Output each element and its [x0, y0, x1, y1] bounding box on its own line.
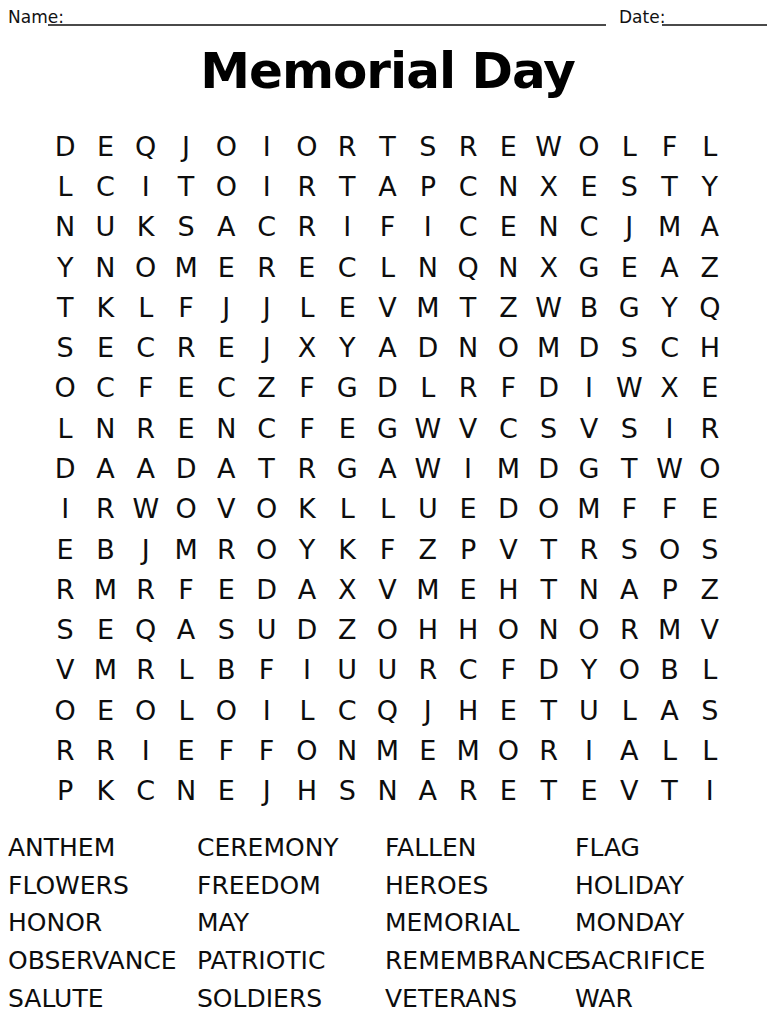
grid-cell-r5c16[interactable]: Y — [649, 287, 689, 327]
grid-cell-r8c9[interactable]: G — [367, 408, 407, 448]
grid-cell-r3c5[interactable]: A — [206, 207, 246, 247]
grid-cell-r5c6[interactable]: J — [246, 287, 286, 327]
grid-cell-r1c17[interactable]: L — [690, 126, 730, 166]
grid-cell-r12c6[interactable]: D — [246, 569, 286, 609]
grid-cell-r5c10[interactable]: M — [408, 287, 448, 327]
grid-cell-r13c12[interactable]: O — [488, 610, 528, 650]
grid-cell-r9c15[interactable]: T — [609, 448, 649, 488]
word-list-item: VETERANS — [385, 979, 575, 1017]
grid-cell-r15c6[interactable]: I — [246, 690, 286, 730]
grid-cell-r12c16[interactable]: P — [649, 569, 689, 609]
grid-cell-r8c7[interactable]: F — [287, 408, 327, 448]
grid-cell-r12c2[interactable]: M — [85, 569, 125, 609]
grid-cell-r7c15[interactable]: W — [609, 368, 649, 408]
grid-cell-r1c7[interactable]: O — [287, 126, 327, 166]
grid-cell-r12c3[interactable]: R — [126, 569, 166, 609]
grid-cell-r17c3[interactable]: C — [126, 771, 166, 811]
grid-cell-r4c3[interactable]: O — [126, 247, 166, 287]
grid-cell-r16c10[interactable]: E — [408, 730, 448, 770]
grid-cell-r17c15[interactable]: V — [609, 771, 649, 811]
grid-cell-r1c6[interactable]: I — [246, 126, 286, 166]
grid-cell-r3c12[interactable]: E — [488, 207, 528, 247]
grid-cell-r17c17[interactable]: I — [690, 771, 730, 811]
grid-cell-r13c17[interactable]: V — [690, 610, 730, 650]
grid-cell-r8c16[interactable]: I — [649, 408, 689, 448]
grid-cell-r2c2[interactable]: C — [85, 166, 125, 206]
grid-cell-r5c7[interactable]: L — [287, 287, 327, 327]
grid-cell-r11c13[interactable]: T — [529, 529, 569, 569]
grid-cell-r17c6[interactable]: J — [246, 771, 286, 811]
grid-cell-r3c10[interactable]: I — [408, 207, 448, 247]
grid-cell-r5c2[interactable]: K — [85, 287, 125, 327]
grid-cell-r7c12[interactable]: F — [488, 368, 528, 408]
grid-cell-r7c9[interactable]: D — [367, 368, 407, 408]
grid-cell-r14c9[interactable]: U — [367, 650, 407, 690]
grid-cell-r12c1[interactable]: R — [45, 569, 85, 609]
grid-cell-r8c11[interactable]: V — [448, 408, 488, 448]
grid-cell-r6c15[interactable]: S — [609, 327, 649, 367]
grid-cell-r4c2[interactable]: N — [85, 247, 125, 287]
grid-cell-r13c7[interactable]: D — [287, 610, 327, 650]
grid-cell-r16c5[interactable]: F — [206, 730, 246, 770]
grid-cell-r16c3[interactable]: I — [126, 730, 166, 770]
grid-cell-r1c1[interactable]: D — [45, 126, 85, 166]
grid-cell-r15c4[interactable]: L — [166, 690, 206, 730]
grid-cell-r11c5[interactable]: R — [206, 529, 246, 569]
date-label: Date: — [619, 7, 665, 27]
grid-cell-r3c6[interactable]: C — [246, 207, 286, 247]
grid-cell-r6c12[interactable]: O — [488, 327, 528, 367]
grid-cell-r4c5[interactable]: E — [206, 247, 246, 287]
grid-cell-r9c10[interactable]: W — [408, 448, 448, 488]
grid-cell-r12c13[interactable]: T — [529, 569, 569, 609]
grid-cell-r12c7[interactable]: A — [287, 569, 327, 609]
grid-cell-r2c4[interactable]: T — [166, 166, 206, 206]
grid-cell-r6c7[interactable]: X — [287, 327, 327, 367]
grid-cell-r3c14[interactable]: C — [569, 207, 609, 247]
grid-cell-r3c13[interactable]: N — [529, 207, 569, 247]
grid-cell-r5c4[interactable]: F — [166, 287, 206, 327]
grid-cell-r10c1[interactable]: I — [45, 489, 85, 529]
grid-cell-r9c3[interactable]: A — [126, 448, 166, 488]
grid-cell-r16c16[interactable]: L — [649, 730, 689, 770]
grid-cell-r11c7[interactable]: Y — [287, 529, 327, 569]
grid-cell-r1c14[interactable]: O — [569, 126, 609, 166]
grid-cell-r12c15[interactable]: A — [609, 569, 649, 609]
grid-cell-r11c14[interactable]: R — [569, 529, 609, 569]
grid-cell-r8c8[interactable]: E — [327, 408, 367, 448]
grid-cell-r6c10[interactable]: D — [408, 327, 448, 367]
grid-cell-r9c11[interactable]: I — [448, 448, 488, 488]
grid-cell-r5c5[interactable]: J — [206, 287, 246, 327]
grid-cell-r8c3[interactable]: R — [126, 408, 166, 448]
grid-cell-r6c1[interactable]: S — [45, 327, 85, 367]
grid-cell-r8c17[interactable]: R — [690, 408, 730, 448]
grid-cell-r9c12[interactable]: M — [488, 448, 528, 488]
grid-cell-r7c10[interactable]: L — [408, 368, 448, 408]
grid-cell-r16c4[interactable]: E — [166, 730, 206, 770]
date-blank-line — [662, 6, 767, 26]
grid-cell-r7c3[interactable]: F — [126, 368, 166, 408]
grid-cell-r9c13[interactable]: D — [529, 448, 569, 488]
grid-cell-r11c17[interactable]: S — [690, 529, 730, 569]
grid-cell-r3c4[interactable]: S — [166, 207, 206, 247]
grid-cell-r14c8[interactable]: U — [327, 650, 367, 690]
grid-cell-r7c17[interactable]: E — [690, 368, 730, 408]
grid-cell-r13c9[interactable]: O — [367, 610, 407, 650]
grid-cell-r4c12[interactable]: N — [488, 247, 528, 287]
grid-cell-r9c4[interactable]: D — [166, 448, 206, 488]
grid-cell-r15c11[interactable]: H — [448, 690, 488, 730]
grid-cell-r16c15[interactable]: A — [609, 730, 649, 770]
grid-cell-r13c5[interactable]: S — [206, 610, 246, 650]
grid-cell-r1c11[interactable]: R — [448, 126, 488, 166]
grid-cell-r8c5[interactable]: N — [206, 408, 246, 448]
grid-cell-r9c16[interactable]: W — [649, 448, 689, 488]
grid-cell-r17c4[interactable]: N — [166, 771, 206, 811]
grid-cell-r11c10[interactable]: Z — [408, 529, 448, 569]
grid-cell-r16c11[interactable]: M — [448, 730, 488, 770]
grid-cell-r8c10[interactable]: W — [408, 408, 448, 448]
grid-cell-r14c3[interactable]: R — [126, 650, 166, 690]
grid-cell-r7c7[interactable]: F — [287, 368, 327, 408]
grid-cell-r5c9[interactable]: V — [367, 287, 407, 327]
grid-cell-r6c17[interactable]: H — [690, 327, 730, 367]
grid-cell-r7c13[interactable]: D — [529, 368, 569, 408]
grid-cell-r13c14[interactable]: O — [569, 610, 609, 650]
grid-cell-r17c7[interactable]: H — [287, 771, 327, 811]
grid-cell-r3c1[interactable]: N — [45, 207, 85, 247]
grid-cell-r6c9[interactable]: A — [367, 327, 407, 367]
grid-cell-r1c15[interactable]: L — [609, 126, 649, 166]
grid-cell-r1c12[interactable]: E — [488, 126, 528, 166]
grid-cell-r9c8[interactable]: G — [327, 448, 367, 488]
grid-cell-r14c10[interactable]: R — [408, 650, 448, 690]
grid-cell-r12c17[interactable]: Z — [690, 569, 730, 609]
grid-cell-r1c13[interactable]: W — [529, 126, 569, 166]
grid-cell-r14c7[interactable]: I — [287, 650, 327, 690]
grid-cell-r1c16[interactable]: F — [649, 126, 689, 166]
grid-cell-r13c4[interactable]: A — [166, 610, 206, 650]
grid-cell-r11c6[interactable]: O — [246, 529, 286, 569]
grid-cell-r12c10[interactable]: M — [408, 569, 448, 609]
grid-cell-r9c2[interactable]: A — [85, 448, 125, 488]
grid-cell-r11c12[interactable]: V — [488, 529, 528, 569]
grid-cell-r14c5[interactable]: B — [206, 650, 246, 690]
grid-cell-r2c7[interactable]: R — [287, 166, 327, 206]
grid-cell-r1c2[interactable]: E — [85, 126, 125, 166]
grid-cell-r6c8[interactable]: Y — [327, 327, 367, 367]
grid-cell-r15c9[interactable]: Q — [367, 690, 407, 730]
grid-cell-r14c6[interactable]: F — [246, 650, 286, 690]
grid-cell-r7c5[interactable]: C — [206, 368, 246, 408]
grid-cell-r8c1[interactable]: L — [45, 408, 85, 448]
grid-cell-r6c11[interactable]: N — [448, 327, 488, 367]
grid-cell-r13c16[interactable]: M — [649, 610, 689, 650]
grid-cell-r14c16[interactable]: B — [649, 650, 689, 690]
grid-cell-r17c5[interactable]: E — [206, 771, 246, 811]
grid-cell-r15c2[interactable]: E — [85, 690, 125, 730]
grid-cell-r2c16[interactable]: T — [649, 166, 689, 206]
grid-cell-r4c15[interactable]: E — [609, 247, 649, 287]
grid-cell-r7c4[interactable]: E — [166, 368, 206, 408]
grid-cell-r16c7[interactable]: O — [287, 730, 327, 770]
grid-cell-r16c14[interactable]: I — [569, 730, 609, 770]
grid-cell-r11c1[interactable]: E — [45, 529, 85, 569]
grid-cell-r1c3[interactable]: Q — [126, 126, 166, 166]
grid-cell-r17c16[interactable]: T — [649, 771, 689, 811]
grid-cell-r15c5[interactable]: O — [206, 690, 246, 730]
grid-cell-r5c3[interactable]: L — [126, 287, 166, 327]
grid-cell-r10c2[interactable]: R — [85, 489, 125, 529]
grid-cell-r6c13[interactable]: M — [529, 327, 569, 367]
grid-cell-r10c7[interactable]: K — [287, 489, 327, 529]
grid-cell-r9c17[interactable]: O — [690, 448, 730, 488]
grid-cell-r8c12[interactable]: C — [488, 408, 528, 448]
grid-cell-r10c5[interactable]: V — [206, 489, 246, 529]
grid-cell-r16c9[interactable]: M — [367, 730, 407, 770]
grid-cell-r3c9[interactable]: F — [367, 207, 407, 247]
grid-cell-r11c8[interactable]: K — [327, 529, 367, 569]
grid-cell-r10c6[interactable]: O — [246, 489, 286, 529]
grid-cell-r3c15[interactable]: J — [609, 207, 649, 247]
grid-cell-r16c6[interactable]: F — [246, 730, 286, 770]
grid-cell-r2c14[interactable]: E — [569, 166, 609, 206]
grid-cell-r15c17[interactable]: S — [690, 690, 730, 730]
grid-cell-r4c6[interactable]: R — [246, 247, 286, 287]
grid-cell-r10c11[interactable]: E — [448, 489, 488, 529]
grid-cell-r14c14[interactable]: Y — [569, 650, 609, 690]
grid-cell-r3c2[interactable]: U — [85, 207, 125, 247]
grid-cell-r1c4[interactable]: J — [166, 126, 206, 166]
grid-cell-r13c3[interactable]: Q — [126, 610, 166, 650]
grid-cell-r15c13[interactable]: T — [529, 690, 569, 730]
grid-cell-r17c13[interactable]: T — [529, 771, 569, 811]
grid-cell-r2c6[interactable]: I — [246, 166, 286, 206]
grid-cell-r10c3[interactable]: W — [126, 489, 166, 529]
grid-cell-r10c10[interactable]: U — [408, 489, 448, 529]
grid-cell-r17c1[interactable]: P — [45, 771, 85, 811]
grid-cell-r8c14[interactable]: V — [569, 408, 609, 448]
grid-cell-r2c8[interactable]: T — [327, 166, 367, 206]
grid-cell-r12c11[interactable]: E — [448, 569, 488, 609]
grid-cell-r13c11[interactable]: H — [448, 610, 488, 650]
grid-cell-r2c5[interactable]: O — [206, 166, 246, 206]
grid-cell-r5c14[interactable]: B — [569, 287, 609, 327]
grid-cell-r4c8[interactable]: C — [327, 247, 367, 287]
grid-cell-r17c8[interactable]: S — [327, 771, 367, 811]
grid-cell-r5c12[interactable]: Z — [488, 287, 528, 327]
grid-cell-r10c13[interactable]: O — [529, 489, 569, 529]
grid-cell-r5c15[interactable]: G — [609, 287, 649, 327]
word-list-item: SACRIFICE — [575, 942, 770, 980]
grid-cell-r4c7[interactable]: E — [287, 247, 327, 287]
grid-cell-r14c1[interactable]: V — [45, 650, 85, 690]
grid-cell-r11c15[interactable]: S — [609, 529, 649, 569]
grid-cell-r8c13[interactable]: S — [529, 408, 569, 448]
grid-cell-r8c4[interactable]: E — [166, 408, 206, 448]
word-list-item: PATRIOTIC — [197, 942, 385, 980]
grid-cell-r6c3[interactable]: C — [126, 327, 166, 367]
grid-cell-r14c11[interactable]: C — [448, 650, 488, 690]
grid-cell-r2c10[interactable]: P — [408, 166, 448, 206]
grid-cell-r16c13[interactable]: R — [529, 730, 569, 770]
grid-cell-r15c14[interactable]: U — [569, 690, 609, 730]
grid-cell-r12c12[interactable]: H — [488, 569, 528, 609]
grid-cell-r14c15[interactable]: O — [609, 650, 649, 690]
grid-cell-r14c12[interactable]: F — [488, 650, 528, 690]
grid-cell-r16c8[interactable]: N — [327, 730, 367, 770]
grid-cell-r9c6[interactable]: T — [246, 448, 286, 488]
grid-cell-r2c11[interactable]: C — [448, 166, 488, 206]
grid-cell-r2c12[interactable]: N — [488, 166, 528, 206]
grid-cell-r13c8[interactable]: Z — [327, 610, 367, 650]
grid-cell-r7c16[interactable]: X — [649, 368, 689, 408]
word-list-item: SOLDIERS — [197, 979, 385, 1017]
grid-cell-r11c16[interactable]: O — [649, 529, 689, 569]
word-list-item: REMEMBRANCE — [385, 942, 575, 980]
grid-cell-r1c10[interactable]: S — [408, 126, 448, 166]
grid-cell-r4c1[interactable]: Y — [45, 247, 85, 287]
grid-cell-r14c4[interactable]: L — [166, 650, 206, 690]
word-list-item: MONDAY — [575, 904, 770, 942]
grid-cell-r14c2[interactable]: M — [85, 650, 125, 690]
grid-cell-r12c8[interactable]: X — [327, 569, 367, 609]
grid-cell-r8c15[interactable]: S — [609, 408, 649, 448]
grid-cell-r2c15[interactable]: S — [609, 166, 649, 206]
grid-cell-r7c8[interactable]: G — [327, 368, 367, 408]
grid-cell-r13c2[interactable]: E — [85, 610, 125, 650]
grid-cell-r12c4[interactable]: F — [166, 569, 206, 609]
grid-cell-r15c8[interactable]: C — [327, 690, 367, 730]
grid-cell-r15c10[interactable]: J — [408, 690, 448, 730]
grid-cell-r4c9[interactable]: L — [367, 247, 407, 287]
grid-cell-r2c9[interactable]: A — [367, 166, 407, 206]
grid-cell-r8c2[interactable]: N — [85, 408, 125, 448]
grid-cell-r10c12[interactable]: D — [488, 489, 528, 529]
grid-cell-r3c16[interactable]: M — [649, 207, 689, 247]
grid-cell-r13c10[interactable]: H — [408, 610, 448, 650]
grid-cell-r11c11[interactable]: P — [448, 529, 488, 569]
grid-cell-r6c5[interactable]: E — [206, 327, 246, 367]
grid-cell-r5c11[interactable]: T — [448, 287, 488, 327]
grid-cell-r6c14[interactable]: D — [569, 327, 609, 367]
grid-cell-r16c1[interactable]: R — [45, 730, 85, 770]
grid-cell-r2c1[interactable]: L — [45, 166, 85, 206]
grid-cell-r3c17[interactable]: A — [690, 207, 730, 247]
grid-cell-r10c8[interactable]: L — [327, 489, 367, 529]
grid-cell-r15c3[interactable]: O — [126, 690, 166, 730]
grid-cell-r2c13[interactable]: X — [529, 166, 569, 206]
grid-cell-r13c13[interactable]: N — [529, 610, 569, 650]
grid-cell-r6c16[interactable]: C — [649, 327, 689, 367]
grid-cell-r16c17[interactable]: L — [690, 730, 730, 770]
grid-cell-r13c15[interactable]: R — [609, 610, 649, 650]
grid-cell-r7c11[interactable]: R — [448, 368, 488, 408]
grid-cell-r1c5[interactable]: O — [206, 126, 246, 166]
grid-cell-r5c17[interactable]: Q — [690, 287, 730, 327]
grid-cell-r7c6[interactable]: Z — [246, 368, 286, 408]
grid-cell-r10c9[interactable]: L — [367, 489, 407, 529]
grid-cell-r9c14[interactable]: G — [569, 448, 609, 488]
grid-cell-r11c4[interactable]: M — [166, 529, 206, 569]
grid-cell-r17c10[interactable]: A — [408, 771, 448, 811]
word-list-item: MEMORIAL — [385, 904, 575, 942]
grid-cell-r9c7[interactable]: R — [287, 448, 327, 488]
grid-cell-r17c12[interactable]: E — [488, 771, 528, 811]
grid-cell-r7c14[interactable]: I — [569, 368, 609, 408]
grid-cell-r6c4[interactable]: R — [166, 327, 206, 367]
grid-cell-r14c17[interactable]: L — [690, 650, 730, 690]
grid-cell-r7c1[interactable]: O — [45, 368, 85, 408]
word-list-item: FREEDOM — [197, 867, 385, 905]
grid-cell-r6c6[interactable]: J — [246, 327, 286, 367]
grid-cell-r8c6[interactable]: C — [246, 408, 286, 448]
grid-cell-r10c16[interactable]: F — [649, 489, 689, 529]
grid-cell-r9c1[interactable]: D — [45, 448, 85, 488]
grid-cell-r5c1[interactable]: T — [45, 287, 85, 327]
grid-cell-r10c15[interactable]: F — [609, 489, 649, 529]
grid-cell-r4c17[interactable]: Z — [690, 247, 730, 287]
grid-cell-r10c14[interactable]: M — [569, 489, 609, 529]
grid-cell-r11c2[interactable]: B — [85, 529, 125, 569]
grid-cell-r2c17[interactable]: Y — [690, 166, 730, 206]
grid-cell-r10c17[interactable]: E — [690, 489, 730, 529]
grid-cell-r17c9[interactable]: N — [367, 771, 407, 811]
grid-cell-r1c8[interactable]: R — [327, 126, 367, 166]
grid-cell-r9c5[interactable]: A — [206, 448, 246, 488]
grid-cell-r16c12[interactable]: O — [488, 730, 528, 770]
grid-cell-r13c1[interactable]: S — [45, 610, 85, 650]
grid-cell-r14c13[interactable]: D — [529, 650, 569, 690]
grid-cell-r17c11[interactable]: R — [448, 771, 488, 811]
grid-cell-r15c15[interactable]: L — [609, 690, 649, 730]
grid-cell-r10c4[interactable]: O — [166, 489, 206, 529]
grid-cell-r17c2[interactable]: K — [85, 771, 125, 811]
grid-cell-r5c13[interactable]: W — [529, 287, 569, 327]
grid-cell-r5c8[interactable]: E — [327, 287, 367, 327]
grid-cell-r15c7[interactable]: L — [287, 690, 327, 730]
grid-cell-r13c6[interactable]: U — [246, 610, 286, 650]
grid-cell-r16c2[interactable]: R — [85, 730, 125, 770]
grid-cell-r7c2[interactable]: C — [85, 368, 125, 408]
grid-cell-r17c14[interactable]: E — [569, 771, 609, 811]
grid-cell-r6c2[interactable]: E — [85, 327, 125, 367]
grid-cell-r15c1[interactable]: O — [45, 690, 85, 730]
grid-cell-r12c14[interactable]: N — [569, 569, 609, 609]
grid-cell-r1c9[interactable]: T — [367, 126, 407, 166]
grid-cell-r4c10[interactable]: N — [408, 247, 448, 287]
grid-cell-r2c3[interactable]: I — [126, 166, 166, 206]
grid-cell-r11c9[interactable]: F — [367, 529, 407, 569]
grid-cell-r3c8[interactable]: I — [327, 207, 367, 247]
grid-cell-r4c16[interactable]: A — [649, 247, 689, 287]
grid-cell-r3c11[interactable]: C — [448, 207, 488, 247]
grid-cell-r11c3[interactable]: J — [126, 529, 166, 569]
word-list-item: CEREMONY — [197, 829, 385, 867]
grid-cell-r4c14[interactable]: G — [569, 247, 609, 287]
grid-cell-r12c5[interactable]: E — [206, 569, 246, 609]
grid-cell-r3c3[interactable]: K — [126, 207, 166, 247]
grid-cell-r12c9[interactable]: V — [367, 569, 407, 609]
grid-cell-r9c9[interactable]: A — [367, 448, 407, 488]
grid-cell-r15c12[interactable]: E — [488, 690, 528, 730]
grid-cell-r3c7[interactable]: R — [287, 207, 327, 247]
grid-cell-r15c16[interactable]: A — [649, 690, 689, 730]
grid-cell-r4c13[interactable]: X — [529, 247, 569, 287]
grid-cell-r4c11[interactable]: Q — [448, 247, 488, 287]
grid-cell-r4c4[interactable]: M — [166, 247, 206, 287]
